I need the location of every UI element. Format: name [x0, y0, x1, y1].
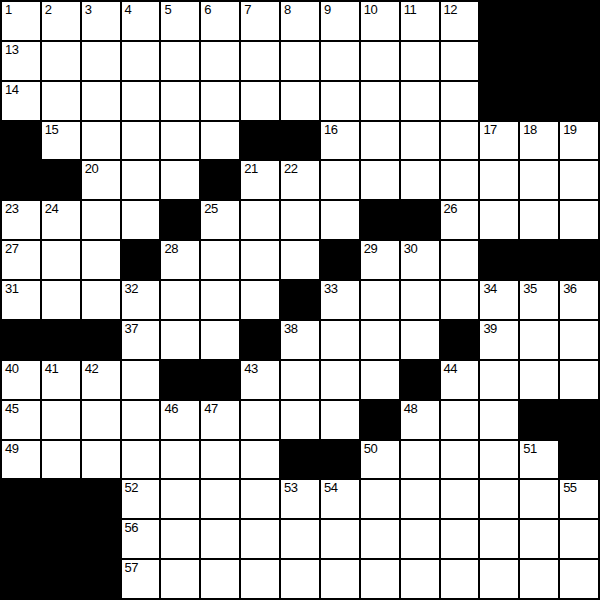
- block-cell-r8c0: [2, 321, 40, 359]
- block-cell-r10c13: [520, 401, 558, 439]
- clue-number-24: 24: [45, 201, 58, 216]
- cell-r3c14[interactable]: 19: [560, 122, 598, 160]
- clue-number-27: 27: [5, 241, 18, 256]
- cell-r11c2[interactable]: [82, 441, 120, 479]
- cell-r7c1[interactable]: [42, 281, 80, 319]
- block-cell-r5c4: [161, 201, 199, 239]
- cell-r12c9[interactable]: [361, 480, 399, 518]
- clue-number-18: 18: [523, 122, 536, 137]
- clue-number-32: 32: [125, 281, 138, 296]
- cell-r11c6[interactable]: [241, 441, 279, 479]
- cell-r14c9[interactable]: [361, 560, 399, 598]
- clue-number-31: 31: [5, 281, 18, 296]
- block-cell-r5c9: [361, 201, 399, 239]
- clue-number-6: 6: [204, 2, 211, 17]
- cell-r12c8[interactable]: 54: [321, 480, 359, 518]
- cell-r4c3[interactable]: [122, 161, 160, 199]
- cell-r1c2[interactable]: [82, 42, 120, 80]
- cell-r11c12[interactable]: [480, 441, 518, 479]
- block-cell-r13c1: [42, 520, 80, 558]
- cell-r5c7[interactable]: [281, 201, 319, 239]
- cell-r6c2[interactable]: [82, 241, 120, 279]
- cell-r14c11[interactable]: [441, 560, 479, 598]
- cell-r0c0[interactable]: 1: [2, 2, 40, 40]
- clue-number-21: 21: [244, 161, 257, 176]
- block-cell-r6c12: [480, 241, 518, 279]
- block-cell-r1c14: [560, 42, 598, 80]
- clue-number-26: 26: [444, 201, 457, 216]
- block-cell-r6c8: [321, 241, 359, 279]
- clue-number-43: 43: [244, 361, 257, 376]
- cell-r7c12[interactable]: 34: [480, 281, 518, 319]
- cell-r3c12[interactable]: 17: [480, 122, 518, 160]
- clue-number-23: 23: [5, 201, 18, 216]
- block-cell-r4c5: [201, 161, 239, 199]
- cell-r14c14[interactable]: [560, 560, 598, 598]
- cell-r9c12[interactable]: [480, 361, 518, 399]
- cell-r11c11[interactable]: [441, 441, 479, 479]
- cell-r13c14[interactable]: [560, 520, 598, 558]
- cell-r4c4[interactable]: [161, 161, 199, 199]
- cell-r7c8[interactable]: 33: [321, 281, 359, 319]
- cell-r10c2[interactable]: [82, 401, 120, 439]
- cell-r7c5[interactable]: [201, 281, 239, 319]
- cell-r13c5[interactable]: [201, 520, 239, 558]
- cell-r4c13[interactable]: [520, 161, 558, 199]
- block-cell-r9c10: [401, 361, 439, 399]
- block-cell-r9c4: [161, 361, 199, 399]
- cell-r14c13[interactable]: [520, 560, 558, 598]
- block-cell-r8c2: [82, 321, 120, 359]
- cell-r5c2[interactable]: [82, 201, 120, 239]
- cell-r12c12[interactable]: [480, 480, 518, 518]
- cell-r10c10[interactable]: 48: [401, 401, 439, 439]
- clue-number-7: 7: [244, 2, 251, 17]
- clue-number-13: 13: [5, 42, 18, 57]
- cell-r12c13[interactable]: [520, 480, 558, 518]
- clue-number-48: 48: [404, 401, 417, 416]
- cell-r13c3[interactable]: 56: [122, 520, 160, 558]
- cell-r2c3[interactable]: [122, 82, 160, 120]
- cell-r13c7[interactable]: [281, 520, 319, 558]
- cell-r0c9[interactable]: 10: [361, 2, 399, 40]
- cell-r13c8[interactable]: [321, 520, 359, 558]
- cell-r4c7[interactable]: 22: [281, 161, 319, 199]
- clue-number-29: 29: [364, 241, 377, 256]
- cell-r2c0[interactable]: 14: [2, 82, 40, 120]
- cell-r11c13[interactable]: 51: [520, 441, 558, 479]
- clue-number-49: 49: [5, 441, 18, 456]
- clue-number-57: 57: [125, 560, 138, 575]
- cell-r5c11[interactable]: 26: [441, 201, 479, 239]
- clue-number-54: 54: [324, 480, 337, 495]
- cell-r11c9[interactable]: 50: [361, 441, 399, 479]
- cell-r4c6[interactable]: 21: [241, 161, 279, 199]
- cell-r0c6[interactable]: 7: [241, 2, 279, 40]
- cell-r7c13[interactable]: 35: [520, 281, 558, 319]
- clue-number-47: 47: [204, 401, 217, 416]
- crossword-grid: 1234567891011121314151617181920212223242…: [0, 0, 600, 600]
- clue-number-45: 45: [5, 401, 18, 416]
- block-cell-r3c0: [2, 122, 40, 160]
- cell-r2c7[interactable]: [281, 82, 319, 120]
- cell-r8c9[interactable]: [361, 321, 399, 359]
- cell-r8c4[interactable]: [161, 321, 199, 359]
- cell-r3c8[interactable]: 16: [321, 122, 359, 160]
- cell-r5c0[interactable]: 23: [2, 201, 40, 239]
- cell-r5c3[interactable]: [122, 201, 160, 239]
- clue-number-17: 17: [483, 122, 496, 137]
- cell-r9c14[interactable]: [560, 361, 598, 399]
- cell-r2c9[interactable]: [361, 82, 399, 120]
- clue-number-51: 51: [523, 441, 536, 456]
- clue-number-25: 25: [204, 201, 217, 216]
- cell-r3c5[interactable]: [201, 122, 239, 160]
- clue-number-19: 19: [563, 122, 576, 137]
- cell-r4c14[interactable]: [560, 161, 598, 199]
- clue-number-1: 1: [5, 2, 12, 17]
- cell-r13c9[interactable]: [361, 520, 399, 558]
- cell-r14c6[interactable]: [241, 560, 279, 598]
- clue-number-16: 16: [324, 122, 337, 137]
- cell-r5c1[interactable]: 24: [42, 201, 80, 239]
- block-cell-r11c14: [560, 441, 598, 479]
- clue-number-52: 52: [125, 480, 138, 495]
- cell-r10c4[interactable]: 46: [161, 401, 199, 439]
- block-cell-r12c0: [2, 480, 40, 518]
- cell-r8c10[interactable]: [401, 321, 439, 359]
- cell-r8c8[interactable]: [321, 321, 359, 359]
- block-cell-r10c14: [560, 401, 598, 439]
- clue-number-41: 41: [45, 361, 58, 376]
- cell-r11c0[interactable]: 49: [2, 441, 40, 479]
- cell-r1c5[interactable]: [201, 42, 239, 80]
- cell-r14c7[interactable]: [281, 560, 319, 598]
- cell-r12c11[interactable]: [441, 480, 479, 518]
- cell-r3c11[interactable]: [441, 122, 479, 160]
- cell-r3c4[interactable]: [161, 122, 199, 160]
- cell-r12c14[interactable]: 55: [560, 480, 598, 518]
- clue-number-14: 14: [5, 82, 18, 97]
- clue-number-36: 36: [563, 281, 576, 296]
- clue-number-8: 8: [284, 2, 291, 17]
- cell-r9c13[interactable]: [520, 361, 558, 399]
- cell-r3c1[interactable]: 15: [42, 122, 80, 160]
- clue-number-50: 50: [364, 441, 377, 456]
- cell-r6c7[interactable]: [281, 241, 319, 279]
- clue-number-28: 28: [164, 241, 177, 256]
- cell-r0c2[interactable]: 3: [82, 2, 120, 40]
- block-cell-r3c7: [281, 122, 319, 160]
- cell-r1c3[interactable]: [122, 42, 160, 80]
- cell-r0c4[interactable]: 5: [161, 2, 199, 40]
- block-cell-r6c13: [520, 241, 558, 279]
- clue-number-11: 11: [404, 2, 417, 17]
- block-cell-r13c2: [82, 520, 120, 558]
- cell-r3c3[interactable]: [122, 122, 160, 160]
- clue-number-3: 3: [85, 2, 92, 17]
- block-cell-r8c6: [241, 321, 279, 359]
- cell-r14c12[interactable]: [480, 560, 518, 598]
- cell-r7c0[interactable]: 31: [2, 281, 40, 319]
- cell-r1c9[interactable]: [361, 42, 399, 80]
- block-cell-r1c12: [480, 42, 518, 80]
- cell-r7c4[interactable]: [161, 281, 199, 319]
- block-cell-r11c7: [281, 441, 319, 479]
- block-cell-r4c1: [42, 161, 80, 199]
- cell-r4c12[interactable]: [480, 161, 518, 199]
- cell-r6c1[interactable]: [42, 241, 80, 279]
- clue-number-34: 34: [483, 281, 496, 296]
- cell-r12c10[interactable]: [401, 480, 439, 518]
- block-cell-r0c14: [560, 2, 598, 40]
- cell-r7c6[interactable]: [241, 281, 279, 319]
- cell-r6c4[interactable]: 28: [161, 241, 199, 279]
- cell-r2c2[interactable]: [82, 82, 120, 120]
- block-cell-r6c14: [560, 241, 598, 279]
- cell-r5c6[interactable]: [241, 201, 279, 239]
- block-cell-r2c12: [480, 82, 518, 120]
- cell-r11c10[interactable]: [401, 441, 439, 479]
- cell-r8c3[interactable]: 37: [122, 321, 160, 359]
- cell-r9c7[interactable]: [281, 361, 319, 399]
- cell-r9c6[interactable]: 43: [241, 361, 279, 399]
- cell-r0c7[interactable]: 8: [281, 2, 319, 40]
- block-cell-r0c12: [480, 2, 518, 40]
- cell-r1c10[interactable]: [401, 42, 439, 80]
- clue-number-12: 12: [444, 2, 457, 17]
- block-cell-r12c2: [82, 480, 120, 518]
- cell-r1c6[interactable]: [241, 42, 279, 80]
- block-cell-r11c8: [321, 441, 359, 479]
- cell-r9c0[interactable]: 40: [2, 361, 40, 399]
- cell-r14c10[interactable]: [401, 560, 439, 598]
- cell-r3c10[interactable]: [401, 122, 439, 160]
- cell-r0c11[interactable]: 12: [441, 2, 479, 40]
- cell-r5c13[interactable]: [520, 201, 558, 239]
- cell-r10c5[interactable]: 47: [201, 401, 239, 439]
- cell-r8c12[interactable]: 39: [480, 321, 518, 359]
- cell-r2c10[interactable]: [401, 82, 439, 120]
- cell-r5c12[interactable]: [480, 201, 518, 239]
- clue-number-33: 33: [324, 281, 337, 296]
- cell-r10c6[interactable]: [241, 401, 279, 439]
- clue-number-35: 35: [523, 281, 536, 296]
- cell-r1c8[interactable]: [321, 42, 359, 80]
- cell-r13c10[interactable]: [401, 520, 439, 558]
- cell-r0c5[interactable]: 6: [201, 2, 239, 40]
- cell-r9c9[interactable]: [361, 361, 399, 399]
- clue-number-5: 5: [164, 2, 171, 17]
- cell-r12c6[interactable]: [241, 480, 279, 518]
- cell-r2c8[interactable]: [321, 82, 359, 120]
- cell-r13c13[interactable]: [520, 520, 558, 558]
- clue-number-10: 10: [364, 2, 377, 17]
- cell-r10c7[interactable]: [281, 401, 319, 439]
- cell-r9c8[interactable]: [321, 361, 359, 399]
- cell-r5c5[interactable]: 25: [201, 201, 239, 239]
- block-cell-r0c13: [520, 2, 558, 40]
- block-cell-r3c6: [241, 122, 279, 160]
- cell-r2c11[interactable]: [441, 82, 479, 120]
- cell-r2c4[interactable]: [161, 82, 199, 120]
- clue-number-15: 15: [45, 122, 58, 137]
- cell-r11c4[interactable]: [161, 441, 199, 479]
- clue-number-38: 38: [284, 321, 297, 336]
- clue-number-55: 55: [563, 480, 576, 495]
- block-cell-r4c0: [2, 161, 40, 199]
- clue-number-42: 42: [85, 361, 98, 376]
- block-cell-r1c13: [520, 42, 558, 80]
- cell-r10c0[interactable]: 45: [2, 401, 40, 439]
- cell-r0c1[interactable]: 2: [42, 2, 80, 40]
- cell-r1c11[interactable]: [441, 42, 479, 80]
- cell-r1c1[interactable]: [42, 42, 80, 80]
- cell-r6c9[interactable]: 29: [361, 241, 399, 279]
- cell-r8c13[interactable]: [520, 321, 558, 359]
- cell-r11c1[interactable]: [42, 441, 80, 479]
- cell-r10c1[interactable]: [42, 401, 80, 439]
- block-cell-r14c1: [42, 560, 80, 598]
- block-cell-r6c3: [122, 241, 160, 279]
- cell-r2c5[interactable]: [201, 82, 239, 120]
- clue-number-39: 39: [483, 321, 496, 336]
- clue-number-46: 46: [164, 401, 177, 416]
- cell-r7c3[interactable]: 32: [122, 281, 160, 319]
- cell-r1c0[interactable]: 13: [2, 42, 40, 80]
- cell-r6c10[interactable]: 30: [401, 241, 439, 279]
- cell-r10c11[interactable]: [441, 401, 479, 439]
- cell-r2c6[interactable]: [241, 82, 279, 120]
- cell-r5c14[interactable]: [560, 201, 598, 239]
- clue-number-9: 9: [324, 2, 331, 17]
- block-cell-r12c1: [42, 480, 80, 518]
- cell-r5c8[interactable]: [321, 201, 359, 239]
- cell-r8c7[interactable]: 38: [281, 321, 319, 359]
- block-cell-r8c11: [441, 321, 479, 359]
- cell-r4c8[interactable]: [321, 161, 359, 199]
- cell-r4c11[interactable]: [441, 161, 479, 199]
- cell-r6c6[interactable]: [241, 241, 279, 279]
- block-cell-r9c5: [201, 361, 239, 399]
- cell-r6c11[interactable]: [441, 241, 479, 279]
- cell-r6c0[interactable]: 27: [2, 241, 40, 279]
- cell-r2c1[interactable]: [42, 82, 80, 120]
- cell-r14c3[interactable]: 57: [122, 560, 160, 598]
- clue-number-20: 20: [85, 161, 98, 176]
- cell-r7c2[interactable]: [82, 281, 120, 319]
- clue-number-37: 37: [125, 321, 138, 336]
- cell-r7c14[interactable]: 36: [560, 281, 598, 319]
- clue-number-4: 4: [125, 2, 132, 17]
- cell-r9c3[interactable]: [122, 361, 160, 399]
- cell-r9c2[interactable]: 42: [82, 361, 120, 399]
- cell-r10c8[interactable]: [321, 401, 359, 439]
- cell-r11c3[interactable]: [122, 441, 160, 479]
- cell-r7c10[interactable]: [401, 281, 439, 319]
- cell-r4c10[interactable]: [401, 161, 439, 199]
- clue-number-30: 30: [404, 241, 417, 256]
- block-cell-r14c2: [82, 560, 120, 598]
- cell-r4c9[interactable]: [361, 161, 399, 199]
- clue-number-2: 2: [45, 2, 52, 17]
- clue-number-40: 40: [5, 361, 18, 376]
- cell-r13c12[interactable]: [480, 520, 518, 558]
- block-cell-r10c9: [361, 401, 399, 439]
- block-cell-r8c1: [42, 321, 80, 359]
- clue-number-44: 44: [444, 361, 457, 376]
- cell-r12c4[interactable]: [161, 480, 199, 518]
- cell-r4c2[interactable]: 20: [82, 161, 120, 199]
- cell-r3c2[interactable]: [82, 122, 120, 160]
- cell-r7c9[interactable]: [361, 281, 399, 319]
- cell-r3c9[interactable]: [361, 122, 399, 160]
- cell-r9c1[interactable]: 41: [42, 361, 80, 399]
- clue-number-22: 22: [284, 161, 297, 176]
- cell-r7c11[interactable]: [441, 281, 479, 319]
- block-cell-r5c10: [401, 201, 439, 239]
- block-cell-r13c0: [2, 520, 40, 558]
- cell-r8c14[interactable]: [560, 321, 598, 359]
- cell-r11c5[interactable]: [201, 441, 239, 479]
- cell-r13c4[interactable]: [161, 520, 199, 558]
- cell-r14c8[interactable]: [321, 560, 359, 598]
- block-cell-r7c7: [281, 281, 319, 319]
- cell-r13c11[interactable]: [441, 520, 479, 558]
- block-cell-r2c13: [520, 82, 558, 120]
- block-cell-r2c14: [560, 82, 598, 120]
- cell-r12c7[interactable]: 53: [281, 480, 319, 518]
- cell-r6c5[interactable]: [201, 241, 239, 279]
- cell-r3c13[interactable]: 18: [520, 122, 558, 160]
- cell-r0c3[interactable]: 4: [122, 2, 160, 40]
- cell-r9c11[interactable]: 44: [441, 361, 479, 399]
- clue-number-53: 53: [284, 480, 297, 495]
- cell-r8c5[interactable]: [201, 321, 239, 359]
- cell-r10c12[interactable]: [480, 401, 518, 439]
- cell-r14c4[interactable]: [161, 560, 199, 598]
- cell-r14c5[interactable]: [201, 560, 239, 598]
- cell-r12c5[interactable]: [201, 480, 239, 518]
- cell-r13c6[interactable]: [241, 520, 279, 558]
- block-cell-r14c0: [2, 560, 40, 598]
- cell-r0c10[interactable]: 11: [401, 2, 439, 40]
- cell-r10c3[interactable]: [122, 401, 160, 439]
- clue-number-56: 56: [125, 520, 138, 535]
- cell-r0c8[interactable]: 9: [321, 2, 359, 40]
- cell-r1c7[interactable]: [281, 42, 319, 80]
- cell-r1c4[interactable]: [161, 42, 199, 80]
- cell-r12c3[interactable]: 52: [122, 480, 160, 518]
